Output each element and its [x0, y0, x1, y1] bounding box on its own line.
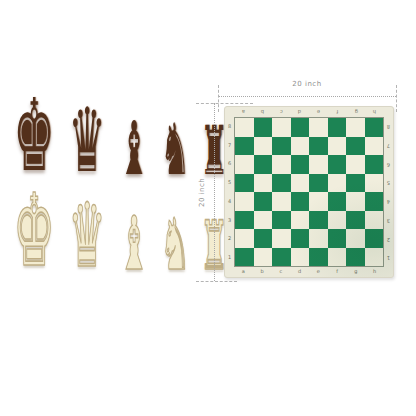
product-photo-stage: ♚♛♝♞♜♟ ♚♛♝♞♜♟ 20 inch 20 inch abcdefgh a…	[0, 0, 416, 416]
rank-label-left-6: 6	[225, 155, 234, 174]
rank-label-right-6: 6	[384, 155, 393, 174]
square-g6	[346, 155, 365, 174]
square-c7	[272, 137, 291, 156]
rank-label-left-8: 8	[225, 117, 234, 136]
square-c5	[272, 174, 291, 193]
rank-label-right-3: 3	[384, 211, 393, 230]
square-b2	[254, 229, 273, 248]
square-b6	[254, 155, 273, 174]
dark-queen-piece: ♛	[69, 97, 106, 185]
square-e7	[309, 137, 328, 156]
rank-label-right-7: 7	[384, 136, 393, 155]
square-b1	[254, 248, 273, 267]
square-a7	[235, 137, 254, 156]
file-label-top-f: f	[328, 107, 347, 116]
file-label-top-g: g	[347, 107, 366, 116]
square-g5	[346, 174, 365, 193]
square-a1	[235, 248, 254, 267]
rank-label-right-4: 4	[384, 192, 393, 211]
square-c1	[272, 248, 291, 267]
height-dimension-tick-bottom	[196, 281, 237, 282]
square-h5	[365, 174, 384, 193]
square-d8	[291, 118, 310, 137]
width-dimension-tick-right	[396, 85, 397, 112]
square-h4	[365, 192, 384, 211]
square-b3	[254, 211, 273, 230]
square-d5	[291, 174, 310, 193]
square-h1	[365, 248, 384, 267]
rank-label-left-5: 5	[225, 173, 234, 192]
square-f2	[328, 229, 347, 248]
light-knight-piece: ♞	[160, 209, 190, 280]
square-c3	[272, 211, 291, 230]
rank-labels-right: 87654321	[384, 117, 393, 267]
board-grid	[234, 117, 384, 267]
light-pieces-row: ♚♛♝♞♜♟	[6, 190, 198, 279]
square-h3	[365, 211, 384, 230]
square-g3	[346, 211, 365, 230]
file-label-top-h: h	[365, 107, 384, 116]
square-f6	[328, 155, 347, 174]
square-a3	[235, 211, 254, 230]
square-e3	[309, 211, 328, 230]
square-f3	[328, 211, 347, 230]
file-label-bottom-a: a	[234, 267, 253, 276]
square-e4	[309, 192, 328, 211]
file-label-bottom-f: f	[328, 267, 347, 276]
square-a2	[235, 229, 254, 248]
height-dimension-label: 20 inch	[198, 150, 206, 235]
file-label-top-c: c	[272, 107, 291, 116]
square-f7	[328, 137, 347, 156]
file-label-bottom-c: c	[272, 267, 291, 276]
width-dimension-label: 20 inch	[257, 80, 357, 88]
square-a8	[235, 118, 254, 137]
rank-label-left-3: 3	[225, 211, 234, 230]
square-f1	[328, 248, 347, 267]
height-dimension-tick-top	[196, 103, 253, 104]
file-label-bottom-h: h	[365, 267, 384, 276]
square-e6	[309, 155, 328, 174]
square-c6	[272, 155, 291, 174]
dark-knight-piece: ♞	[160, 114, 190, 185]
rank-labels-left: 87654321	[225, 117, 234, 267]
file-label-top-d: d	[290, 107, 309, 116]
square-h2	[365, 229, 384, 248]
square-c8	[272, 118, 291, 137]
rank-label-left-4: 4	[225, 192, 234, 211]
chess-board-mat: abcdefgh abcdefgh 87654321 87654321	[224, 106, 394, 278]
square-d4	[291, 192, 310, 211]
square-g8	[346, 118, 365, 137]
dark-bishop-piece: ♝	[118, 111, 149, 185]
square-f5	[328, 174, 347, 193]
square-h6	[365, 155, 384, 174]
light-queen-piece: ♛	[69, 192, 106, 280]
file-label-bottom-g: g	[347, 267, 366, 276]
square-b7	[254, 137, 273, 156]
square-d6	[291, 155, 310, 174]
rank-label-left-1: 1	[225, 248, 234, 267]
file-label-top-b: b	[253, 107, 272, 116]
square-f4	[328, 192, 347, 211]
square-f8	[328, 118, 347, 137]
file-label-bottom-b: b	[253, 267, 272, 276]
file-label-top-a: a	[234, 107, 253, 116]
square-e5	[309, 174, 328, 193]
width-dimension-line	[218, 96, 396, 97]
square-b8	[254, 118, 273, 137]
rank-label-left-2: 2	[225, 230, 234, 249]
square-d1	[291, 248, 310, 267]
file-labels-top: abcdefgh	[234, 107, 384, 116]
file-label-bottom-d: d	[290, 267, 309, 276]
square-b4	[254, 192, 273, 211]
square-e2	[309, 229, 328, 248]
light-king-piece: ♚	[13, 181, 55, 281]
file-label-top-e: e	[309, 107, 328, 116]
height-dimension-line	[214, 103, 215, 281]
dark-king-piece: ♚	[13, 86, 55, 186]
square-a4	[235, 192, 254, 211]
square-d2	[291, 229, 310, 248]
square-d3	[291, 211, 310, 230]
rank-label-right-2: 2	[384, 230, 393, 249]
rank-label-left-7: 7	[225, 136, 234, 155]
square-d7	[291, 137, 310, 156]
square-a5	[235, 174, 254, 193]
square-b5	[254, 174, 273, 193]
rank-label-right-8: 8	[384, 117, 393, 136]
square-c2	[272, 229, 291, 248]
square-g2	[346, 229, 365, 248]
square-e8	[309, 118, 328, 137]
square-g1	[346, 248, 365, 267]
square-e1	[309, 248, 328, 267]
square-g7	[346, 137, 365, 156]
dark-pieces-row: ♚♛♝♞♜♟	[6, 96, 198, 184]
rank-label-right-5: 5	[384, 173, 393, 192]
square-g4	[346, 192, 365, 211]
square-h8	[365, 118, 384, 137]
square-h7	[365, 137, 384, 156]
square-a6	[235, 155, 254, 174]
file-labels-bottom: abcdefgh	[234, 267, 384, 276]
light-bishop-piece: ♝	[118, 206, 149, 280]
rank-label-right-1: 1	[384, 248, 393, 267]
width-dimension-tick-left	[218, 85, 219, 112]
file-label-bottom-e: e	[309, 267, 328, 276]
square-c4	[272, 192, 291, 211]
